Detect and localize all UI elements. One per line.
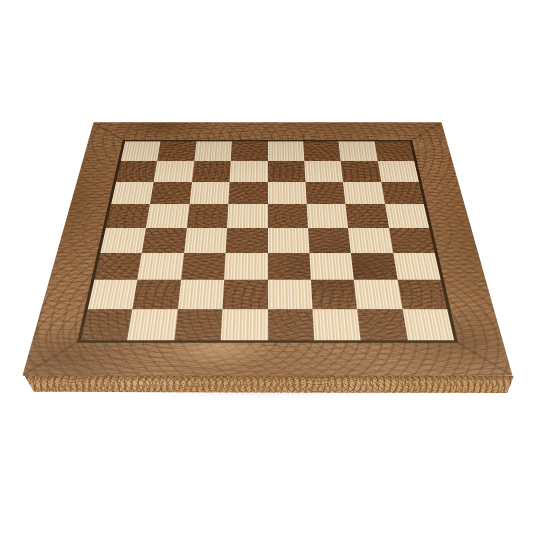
board-border [22,122,512,375]
square-h8 [374,141,414,161]
square-f5 [307,204,349,228]
square-e2 [268,280,313,309]
square-d6 [228,182,267,204]
square-g7 [341,161,381,182]
square-b5 [146,204,189,228]
square-f6 [305,182,345,204]
square-c1 [174,309,222,340]
square-e7 [268,161,306,182]
square-b1 [128,309,178,340]
square-h5 [385,204,429,228]
photo-canvas [0,0,533,533]
square-d5 [227,204,267,228]
square-a6 [111,182,154,204]
square-c3 [181,253,226,280]
square-g2 [354,280,402,309]
square-h6 [381,182,424,204]
square-e1 [268,309,315,340]
miter-joint-top-left [88,122,129,141]
playing-area [81,141,454,340]
square-g5 [346,204,389,228]
square-d1 [221,309,268,340]
square-a4 [100,228,146,253]
square-f8 [303,141,341,161]
square-e4 [268,228,310,253]
miter-joint-bottom-right [454,340,512,375]
square-b8 [157,141,196,161]
square-c6 [189,182,229,204]
square-h3 [393,253,441,280]
square-g6 [343,182,385,204]
square-g4 [348,228,393,253]
square-f7 [304,161,343,182]
square-a5 [106,204,150,228]
square-b2 [133,280,181,309]
square-a8 [121,141,161,161]
square-e3 [268,253,311,280]
square-b6 [150,182,192,204]
square-b7 [154,161,194,182]
square-c2 [178,280,225,309]
square-d3 [224,253,267,280]
square-d2 [223,280,268,309]
square-h2 [397,280,447,309]
square-b3 [138,253,184,280]
inlay-frame [77,140,458,343]
square-c4 [184,228,227,253]
square-f1 [312,309,360,340]
chess-board-scene [64,24,471,431]
square-e6 [268,182,307,204]
square-b4 [142,228,187,253]
square-h1 [402,309,454,340]
square-e5 [268,204,308,228]
square-f4 [308,228,351,253]
square-d8 [231,141,268,161]
square-d4 [226,228,268,253]
square-f2 [311,280,358,309]
square-g3 [351,253,397,280]
square-a3 [94,253,142,280]
square-e8 [268,141,305,161]
square-g1 [357,309,407,340]
miter-joint-bottom-left [22,340,80,375]
square-c5 [187,204,229,228]
square-a7 [116,161,157,182]
square-d7 [230,161,268,182]
square-f3 [309,253,354,280]
square-c7 [192,161,231,182]
miter-joint-top-right [406,122,447,141]
square-a1 [81,309,133,340]
square-h4 [389,228,435,253]
square-a2 [88,280,138,309]
square-c8 [194,141,232,161]
square-h7 [378,161,419,182]
square-g8 [339,141,378,161]
chess-board [22,122,512,375]
